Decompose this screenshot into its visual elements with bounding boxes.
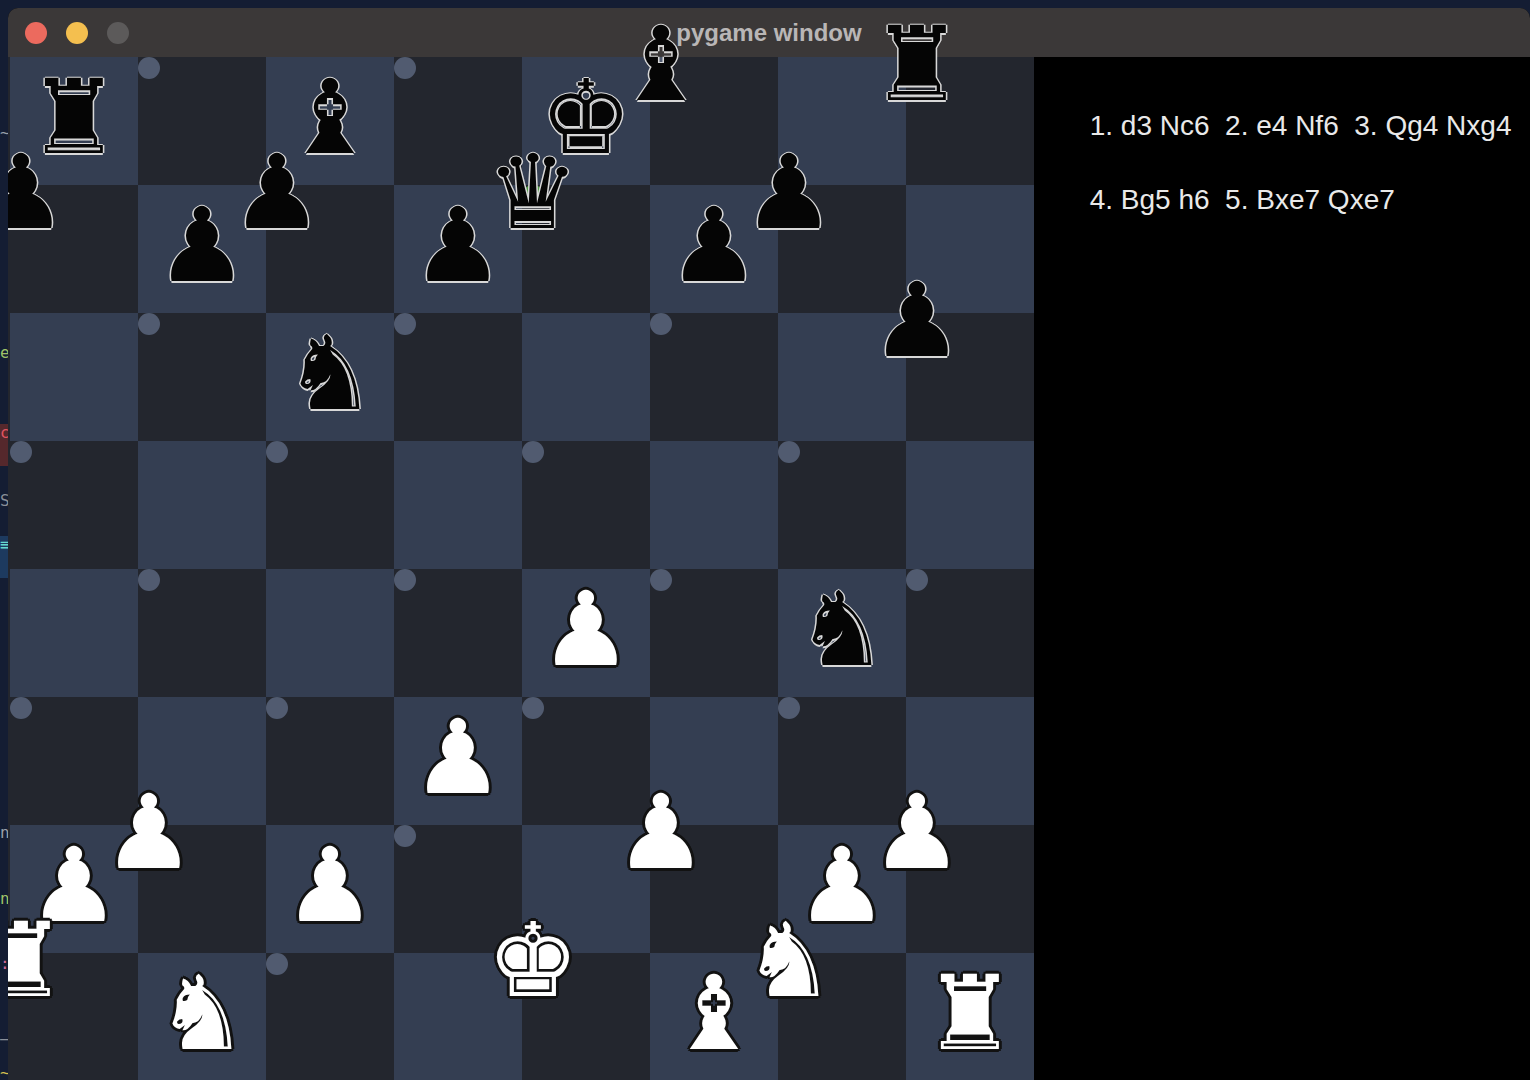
square-h1[interactable]: ♜ — [906, 953, 1034, 1080]
square-a4[interactable] — [10, 569, 138, 697]
white-knight: ♞ — [743, 909, 835, 1012]
white-pawn: ♟ — [871, 781, 963, 884]
white-pawn: ♟ — [103, 781, 195, 884]
square-b2[interactable]: ♟ — [138, 825, 160, 847]
square-e4[interactable]: ♟ — [522, 569, 650, 697]
square-e5[interactable] — [522, 441, 544, 463]
square-g1[interactable]: ♞ — [778, 953, 800, 975]
title-bar: pygame window — [8, 8, 1530, 57]
white-pawn: ♟ — [540, 578, 632, 681]
square-c3[interactable] — [266, 697, 288, 719]
square-e3[interactable] — [522, 697, 544, 719]
square-e7[interactable]: ♛ — [522, 185, 544, 207]
square-a5[interactable] — [10, 441, 32, 463]
black-pawn: ♟ — [8, 141, 67, 244]
square-f2[interactable]: ♟ — [650, 825, 672, 847]
square-c1[interactable] — [266, 953, 288, 975]
black-knight: ♞ — [796, 578, 888, 681]
square-c2[interactable]: ♟ — [266, 825, 394, 953]
square-c4[interactable] — [266, 569, 394, 697]
square-d8[interactable] — [394, 57, 416, 79]
black-pawn: ♟ — [231, 141, 323, 244]
square-c6[interactable]: ♞ — [266, 313, 394, 441]
square-f8[interactable]: ♝ — [650, 57, 672, 79]
black-bishop: ♝ — [615, 13, 707, 116]
square-h5[interactable] — [906, 441, 1034, 569]
square-g5[interactable] — [778, 441, 800, 463]
square-a7[interactable]: ♟ — [10, 185, 32, 207]
pygame-window: pygame window ♜♝♚♝♜♟♟♟♟♛♟♟♞♟♟♞♟♟♟♟♟♟♟♜♞♚… — [8, 8, 1530, 1080]
square-b6[interactable] — [138, 313, 160, 335]
square-d5[interactable] — [394, 441, 522, 569]
square-f6[interactable] — [650, 313, 672, 335]
black-queen: ♛ — [487, 141, 579, 244]
square-d2[interactable] — [394, 825, 416, 847]
window-title: pygame window — [8, 19, 1530, 47]
square-h2[interactable]: ♟ — [906, 825, 928, 847]
move-list-panel: 1. d3 Nc6 2. e4 Nf6 3. Qg4 Nxg4 4. Bg5 h… — [1034, 57, 1530, 1080]
square-c7[interactable]: ♟ — [266, 185, 288, 207]
white-pawn: ♟ — [412, 706, 504, 809]
black-pawn: ♟ — [871, 269, 963, 372]
square-h8[interactable]: ♜ — [906, 57, 928, 79]
square-a1[interactable]: ♜ — [10, 953, 32, 975]
white-rook: ♜ — [924, 962, 1016, 1065]
square-f5[interactable] — [650, 441, 778, 569]
white-pawn: ♟ — [615, 781, 707, 884]
square-g4[interactable]: ♞ — [778, 569, 906, 697]
move-list-line-2: 4. Bg5 h6 5. Bxe7 Qxe7 — [1090, 184, 1395, 215]
square-g3[interactable] — [778, 697, 800, 719]
square-g7[interactable]: ♟ — [778, 185, 800, 207]
square-h6[interactable]: ♟ — [906, 313, 928, 335]
square-a6[interactable] — [10, 313, 138, 441]
board-wrap: ♜♝♚♝♜♟♟♟♟♛♟♟♞♟♟♞♟♟♟♟♟♟♟♜♞♚♝♞♜ — [8, 57, 1034, 1080]
square-a3[interactable] — [10, 697, 32, 719]
square-b4[interactable] — [138, 569, 160, 591]
square-e1[interactable]: ♚ — [522, 953, 544, 975]
white-pawn: ♟ — [284, 834, 376, 937]
black-knight: ♞ — [284, 322, 376, 425]
window-content: ♜♝♚♝♜♟♟♟♟♛♟♟♞♟♟♞♟♟♟♟♟♟♟♜♞♚♝♞♜ 1. d3 Nc6 … — [8, 57, 1530, 1080]
square-d3[interactable]: ♟ — [394, 697, 522, 825]
white-rook: ♜ — [8, 909, 67, 1012]
black-pawn: ♟ — [743, 141, 835, 244]
move-list-line-1: 1. d3 Nc6 2. e4 Nf6 3. Qg4 Nxg4 — [1090, 110, 1512, 141]
square-c5[interactable] — [266, 441, 288, 463]
black-rook: ♜ — [871, 13, 963, 116]
chess-board: ♜♝♚♝♜♟♟♟♟♛♟♟♞♟♟♞♟♟♟♟♟♟♟♜♞♚♝♞♜ — [10, 57, 1034, 1080]
white-king: ♚ — [487, 909, 579, 1012]
square-d6[interactable] — [394, 313, 416, 335]
square-b5[interactable] — [138, 441, 266, 569]
white-knight: ♞ — [156, 962, 248, 1065]
square-e6[interactable] — [522, 313, 650, 441]
square-h4[interactable] — [906, 569, 928, 591]
square-f4[interactable] — [650, 569, 672, 591]
square-b8[interactable] — [138, 57, 160, 79]
square-b1[interactable]: ♞ — [138, 953, 266, 1080]
square-d4[interactable] — [394, 569, 416, 591]
